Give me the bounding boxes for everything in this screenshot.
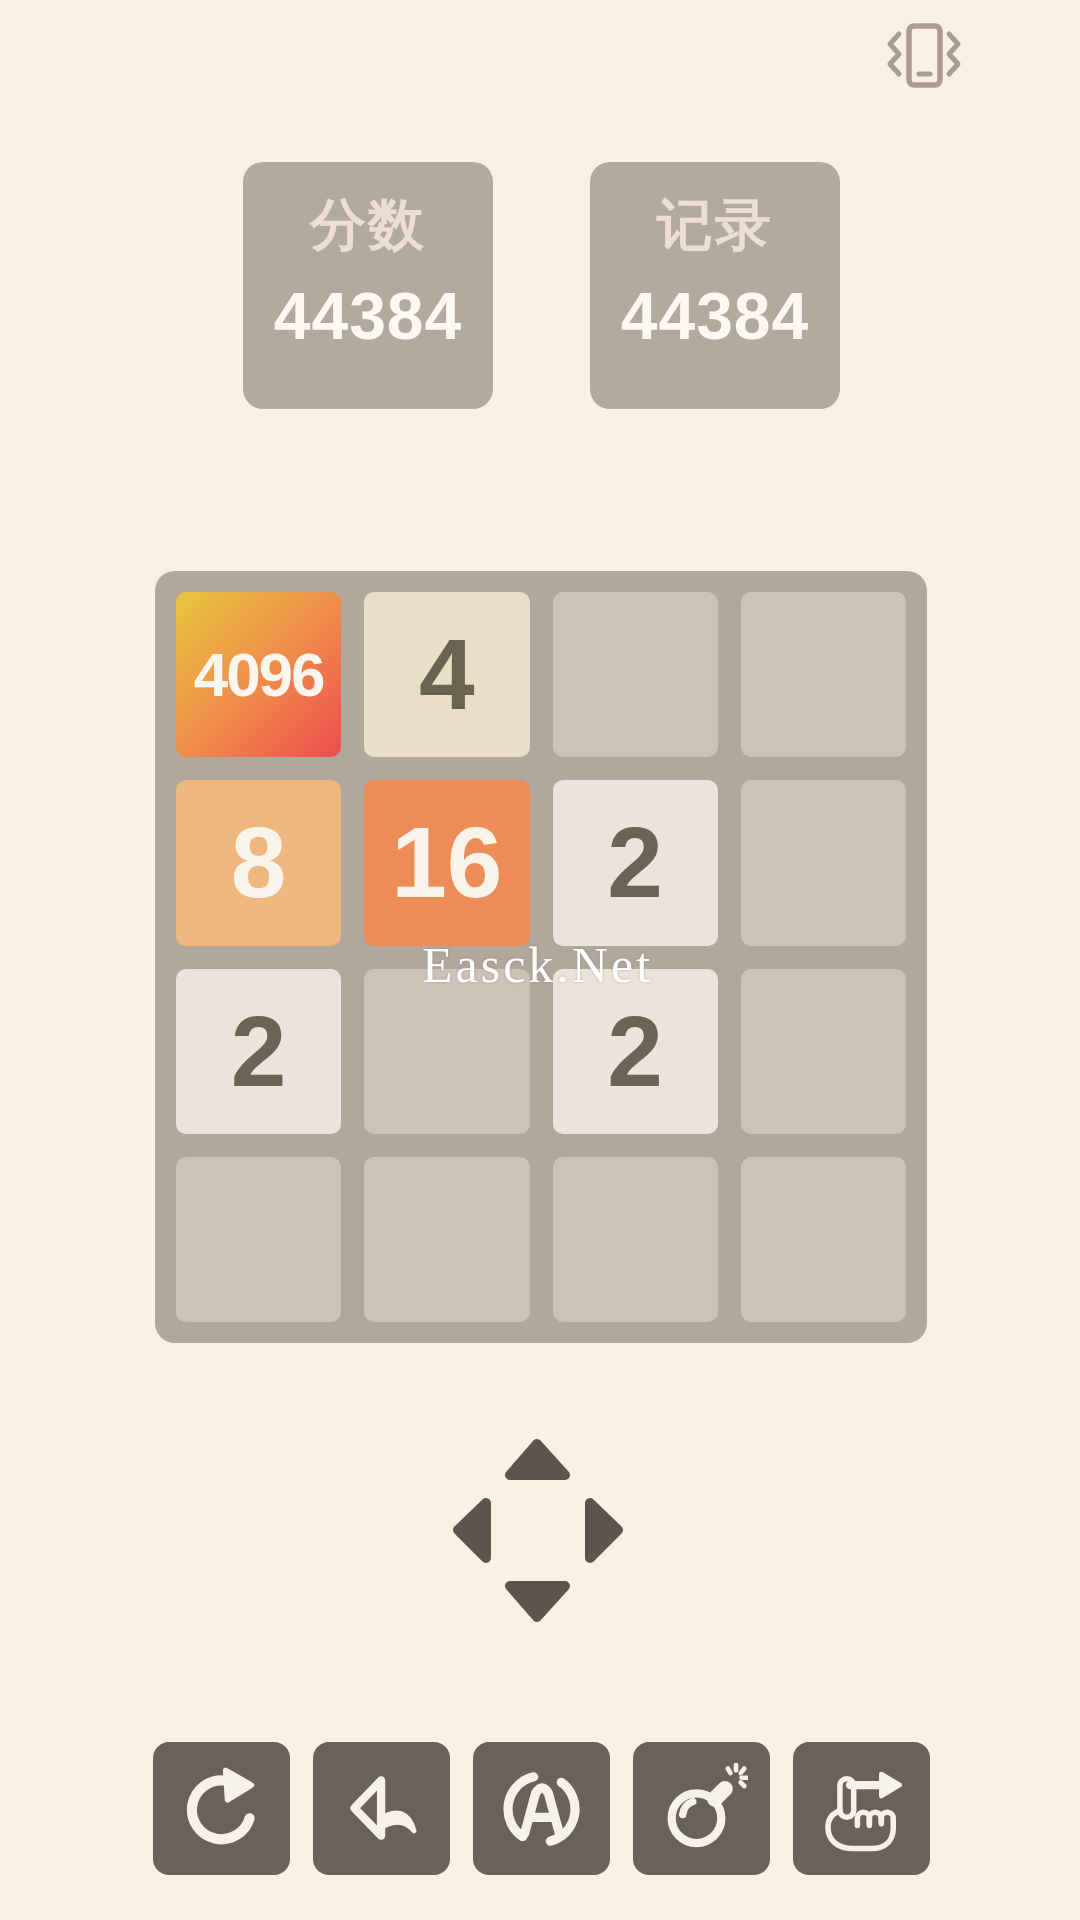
tile-8: 8 <box>176 780 341 945</box>
vibration-wave-left <box>890 34 899 74</box>
bomb-icon <box>656 1763 748 1855</box>
app-screen: 分数 44384 记录 44384 40964816222 Easck.Net <box>0 0 1080 1920</box>
score-box: 分数 44384 <box>243 162 493 409</box>
best-score-value: 44384 <box>590 278 840 354</box>
empty-cell <box>553 1157 718 1322</box>
empty-cell <box>741 592 906 757</box>
watermark: Easck.Net <box>0 936 1075 994</box>
empty-cell <box>176 1157 341 1322</box>
dpad-left-button[interactable] <box>458 1503 486 1558</box>
empty-cell <box>741 1157 906 1322</box>
best-score-box: 记录 44384 <box>590 162 840 409</box>
restart-icon <box>176 1763 268 1855</box>
swipe-icon <box>816 1763 908 1855</box>
dpad-up-button[interactable] <box>510 1444 565 1475</box>
dpad <box>438 1428 638 1628</box>
dpad-right-button[interactable] <box>590 1503 618 1558</box>
dpad-down-button[interactable] <box>510 1586 565 1617</box>
vibration-wave-right <box>949 34 958 74</box>
score-label: 分数 <box>243 188 493 264</box>
empty-cell <box>553 592 718 757</box>
best-score-label: 记录 <box>590 188 840 264</box>
score-value: 44384 <box>243 278 493 354</box>
undo-icon <box>336 1763 428 1855</box>
auto-icon <box>496 1763 588 1855</box>
tile-4: 4 <box>364 592 529 757</box>
undo-button[interactable] <box>313 1742 450 1875</box>
empty-cell <box>741 780 906 945</box>
tile-2: 2 <box>553 780 718 945</box>
tile-16: 16 <box>364 780 529 945</box>
toolbar <box>153 1742 930 1875</box>
auto-button[interactable] <box>473 1742 610 1875</box>
vibrate-icon[interactable] <box>883 22 963 92</box>
empty-cell <box>364 1157 529 1322</box>
tile-4096: 4096 <box>176 592 341 757</box>
bomb-button[interactable] <box>633 1742 770 1875</box>
swipe-button[interactable] <box>793 1742 930 1875</box>
restart-button[interactable] <box>153 1742 290 1875</box>
